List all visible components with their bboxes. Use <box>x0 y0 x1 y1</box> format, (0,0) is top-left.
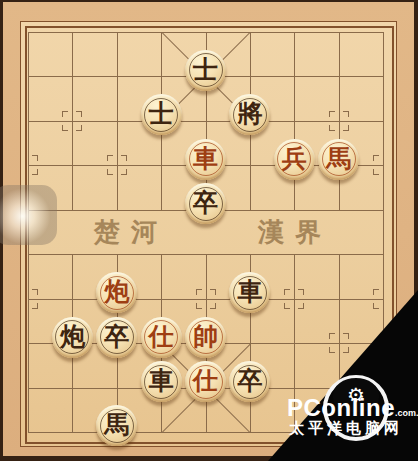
piece-character: 卒 <box>193 190 218 215</box>
piece-character: 馬 <box>104 412 129 437</box>
point-marker <box>284 289 304 309</box>
piece-character: 馬 <box>326 146 351 171</box>
piece-character: 車 <box>237 279 262 304</box>
river-label-right: 漢界 <box>258 215 332 250</box>
piece-character: 炮 <box>60 324 85 349</box>
piece-character: 卒 <box>104 324 129 349</box>
river-label-left: 楚河 <box>94 215 168 250</box>
piece-black-soldier[interactable]: 卒 <box>96 317 137 358</box>
vline-line <box>294 32 295 210</box>
watermark-brand: PConline.com.cn <box>287 394 418 422</box>
point-marker <box>329 111 349 131</box>
piece-red-advisor[interactable]: 仕 <box>141 317 182 358</box>
piece-black-chariot[interactable]: 車 <box>141 361 182 402</box>
point-marker <box>28 289 38 309</box>
vline-line <box>117 32 118 210</box>
point-marker <box>28 155 38 175</box>
piece-character: 炮 <box>104 279 129 304</box>
piece-red-soldier[interactable]: 兵 <box>274 139 315 180</box>
watermark-suffix: .com.cn <box>395 408 418 418</box>
piece-red-chariot[interactable]: 車 <box>185 139 226 180</box>
piece-black-soldier[interactable]: 卒 <box>185 183 226 224</box>
point-marker <box>196 289 216 309</box>
piece-character: 車 <box>149 368 174 393</box>
piece-black-advisor[interactable]: 士 <box>185 50 226 91</box>
point-marker <box>373 155 384 175</box>
piece-character: 兵 <box>282 146 307 171</box>
piece-black-cannon[interactable]: 炮 <box>52 317 93 358</box>
xiangqi-game-screenshot: 楚河 漢界 士士將車兵馬卒炮車炮卒仕帥車仕卒馬 ⚙ PConline.com.c… <box>0 0 418 461</box>
piece-character: 將 <box>237 101 262 126</box>
point-marker <box>62 111 82 131</box>
piece-character: 仕 <box>149 324 174 349</box>
piece-red-horse[interactable]: 馬 <box>318 139 359 180</box>
point-marker <box>373 289 384 309</box>
point-marker <box>329 333 349 353</box>
floating-assistive-button[interactable] <box>0 185 57 245</box>
piece-character: 士 <box>149 101 174 126</box>
piece-character: 車 <box>193 146 218 171</box>
piece-character: 仕 <box>193 368 218 393</box>
piece-red-general[interactable]: 帥 <box>185 317 226 358</box>
watermark-chinese: 太平洋电脑网 <box>289 419 403 438</box>
piece-character: 士 <box>193 57 218 82</box>
piece-character: 帥 <box>193 324 218 349</box>
piece-red-advisor[interactable]: 仕 <box>185 361 226 402</box>
piece-character: 卒 <box>237 368 262 393</box>
point-marker <box>107 155 127 175</box>
piece-black-advisor[interactable]: 士 <box>141 94 182 135</box>
